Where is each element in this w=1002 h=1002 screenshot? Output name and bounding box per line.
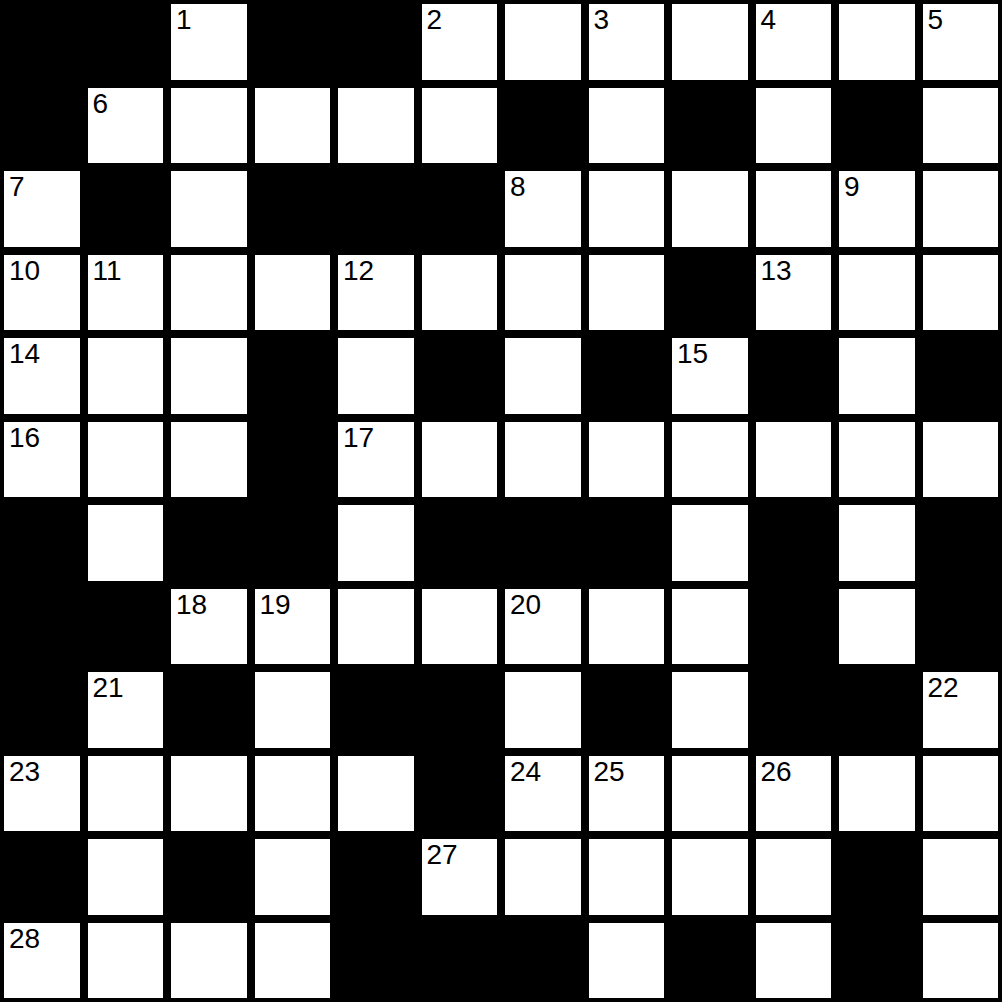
- white-cell[interactable]: [334, 334, 418, 418]
- white-cell[interactable]: [835, 251, 919, 335]
- black-cell: [251, 0, 335, 84]
- white-cell[interactable]: [167, 418, 251, 502]
- black-cell: [501, 501, 585, 585]
- white-cell[interactable]: 23: [0, 752, 84, 836]
- white-cell[interactable]: [668, 835, 752, 919]
- clue-number: 3: [594, 4, 610, 36]
- white-cell[interactable]: [919, 752, 1002, 836]
- white-cell[interactable]: [167, 752, 251, 836]
- clue-number: 15: [677, 338, 708, 370]
- white-cell[interactable]: [919, 84, 1002, 168]
- white-cell[interactable]: [84, 501, 168, 585]
- white-cell[interactable]: [501, 835, 585, 919]
- black-cell: [0, 835, 84, 919]
- white-cell[interactable]: 3: [585, 0, 669, 84]
- clue-number: 23: [9, 756, 40, 788]
- white-cell[interactable]: [84, 418, 168, 502]
- white-cell[interactable]: 27: [418, 835, 502, 919]
- black-cell: [585, 668, 669, 752]
- white-cell[interactable]: 21: [84, 668, 168, 752]
- white-cell[interactable]: [668, 418, 752, 502]
- white-cell[interactable]: 18: [167, 585, 251, 669]
- black-cell: [0, 501, 84, 585]
- white-cell[interactable]: [585, 84, 669, 168]
- black-cell: [0, 668, 84, 752]
- white-cell[interactable]: 12: [334, 251, 418, 335]
- white-cell[interactable]: [585, 251, 669, 335]
- black-cell: [752, 585, 836, 669]
- white-cell[interactable]: [919, 167, 1002, 251]
- clue-number: 21: [93, 672, 124, 704]
- black-cell: [752, 334, 836, 418]
- white-cell[interactable]: 25: [585, 752, 669, 836]
- clue-number: 4: [761, 4, 777, 36]
- clue-number: 16: [9, 422, 40, 454]
- white-cell[interactable]: [418, 84, 502, 168]
- white-cell[interactable]: 1: [167, 0, 251, 84]
- clue-number: 10: [9, 255, 40, 287]
- white-cell[interactable]: 14: [0, 334, 84, 418]
- clue-number: 8: [510, 171, 526, 203]
- black-cell: [334, 919, 418, 1002]
- clue-number: 22: [928, 672, 959, 704]
- black-cell: [919, 585, 1002, 669]
- white-cell[interactable]: [501, 418, 585, 502]
- white-cell[interactable]: [835, 752, 919, 836]
- white-cell[interactable]: [752, 418, 836, 502]
- white-cell[interactable]: 13: [752, 251, 836, 335]
- white-cell[interactable]: [334, 585, 418, 669]
- white-cell[interactable]: 22: [919, 668, 1002, 752]
- black-cell: [251, 501, 335, 585]
- white-cell[interactable]: 15: [668, 334, 752, 418]
- clue-number: 9: [844, 171, 860, 203]
- clue-number: 2: [427, 4, 443, 36]
- white-cell[interactable]: [84, 835, 168, 919]
- black-cell: [418, 919, 502, 1002]
- black-cell: [334, 0, 418, 84]
- black-cell: [167, 835, 251, 919]
- white-cell[interactable]: [668, 752, 752, 836]
- black-cell: [84, 585, 168, 669]
- black-cell: [334, 835, 418, 919]
- white-cell[interactable]: [251, 752, 335, 836]
- white-cell[interactable]: [585, 167, 669, 251]
- white-cell[interactable]: [585, 835, 669, 919]
- black-cell: [835, 835, 919, 919]
- white-cell[interactable]: [668, 585, 752, 669]
- white-cell[interactable]: [668, 0, 752, 84]
- clue-number: 5: [928, 4, 944, 36]
- black-cell: [251, 334, 335, 418]
- black-cell: [418, 668, 502, 752]
- white-cell[interactable]: [585, 919, 669, 1002]
- white-cell[interactable]: [752, 835, 836, 919]
- clue-number: 24: [510, 756, 541, 788]
- white-cell[interactable]: 24: [501, 752, 585, 836]
- black-cell: [334, 668, 418, 752]
- white-cell[interactable]: [418, 418, 502, 502]
- clue-number: 18: [176, 589, 207, 621]
- white-cell[interactable]: 28: [0, 919, 84, 1002]
- clue-number: 27: [427, 839, 458, 871]
- white-cell[interactable]: [418, 585, 502, 669]
- white-cell[interactable]: [835, 501, 919, 585]
- white-cell[interactable]: [251, 251, 335, 335]
- white-cell[interactable]: [167, 84, 251, 168]
- white-cell[interactable]: 5: [919, 0, 1002, 84]
- white-cell[interactable]: [334, 84, 418, 168]
- black-cell: [752, 501, 836, 585]
- clue-number: 19: [260, 589, 291, 621]
- white-cell[interactable]: 2: [418, 0, 502, 84]
- white-cell[interactable]: 26: [752, 752, 836, 836]
- clue-number: 14: [9, 338, 40, 370]
- black-cell: [418, 501, 502, 585]
- black-cell: [418, 752, 502, 836]
- black-cell: [84, 0, 168, 84]
- clue-number: 26: [761, 756, 792, 788]
- white-cell[interactable]: [501, 251, 585, 335]
- white-cell[interactable]: [668, 668, 752, 752]
- white-cell[interactable]: [752, 84, 836, 168]
- white-cell[interactable]: [251, 919, 335, 1002]
- white-cell[interactable]: 19: [251, 585, 335, 669]
- clue-number: 17: [343, 422, 374, 454]
- white-cell[interactable]: [752, 167, 836, 251]
- black-cell: [251, 418, 335, 502]
- white-cell[interactable]: [167, 167, 251, 251]
- clue-number: 25: [594, 756, 625, 788]
- black-cell: [501, 919, 585, 1002]
- white-cell[interactable]: [167, 334, 251, 418]
- crossword-board: 1234567891011121314151617181920212223242…: [0, 0, 1002, 1002]
- white-cell[interactable]: [501, 0, 585, 84]
- white-cell[interactable]: [251, 835, 335, 919]
- white-cell[interactable]: 16: [0, 418, 84, 502]
- clue-number: 20: [510, 589, 541, 621]
- white-cell[interactable]: 4: [752, 0, 836, 84]
- white-cell[interactable]: [668, 167, 752, 251]
- black-cell: [752, 668, 836, 752]
- black-cell: [835, 84, 919, 168]
- black-cell: [418, 334, 502, 418]
- black-cell: [167, 501, 251, 585]
- white-cell[interactable]: [752, 919, 836, 1002]
- white-cell[interactable]: [668, 501, 752, 585]
- clue-number: 28: [9, 923, 40, 955]
- black-cell: [668, 251, 752, 335]
- white-cell[interactable]: 9: [835, 167, 919, 251]
- white-cell[interactable]: [835, 585, 919, 669]
- clue-number: 7: [9, 171, 25, 203]
- white-cell[interactable]: [585, 585, 669, 669]
- black-cell: [668, 919, 752, 1002]
- black-cell: [334, 167, 418, 251]
- black-cell: [0, 585, 84, 669]
- white-cell[interactable]: [84, 334, 168, 418]
- black-cell: [167, 668, 251, 752]
- white-cell[interactable]: 8: [501, 167, 585, 251]
- white-cell[interactable]: [334, 501, 418, 585]
- clue-number: 6: [93, 88, 109, 120]
- white-cell[interactable]: [585, 418, 669, 502]
- black-cell: [84, 167, 168, 251]
- black-cell: [0, 0, 84, 84]
- white-cell[interactable]: [251, 668, 335, 752]
- white-cell[interactable]: [84, 919, 168, 1002]
- black-cell: [251, 167, 335, 251]
- white-cell[interactable]: [835, 418, 919, 502]
- white-cell[interactable]: 7: [0, 167, 84, 251]
- black-cell: [835, 919, 919, 1002]
- white-cell[interactable]: 6: [84, 84, 168, 168]
- clue-number: 13: [761, 255, 792, 287]
- white-cell[interactable]: [501, 334, 585, 418]
- white-cell[interactable]: [418, 251, 502, 335]
- white-cell[interactable]: 11: [84, 251, 168, 335]
- white-cell[interactable]: [84, 752, 168, 836]
- black-cell: [919, 334, 1002, 418]
- black-cell: [835, 668, 919, 752]
- clue-number: 1: [176, 4, 192, 36]
- black-cell: [668, 84, 752, 168]
- clue-number: 12: [343, 255, 374, 287]
- white-cell[interactable]: [334, 752, 418, 836]
- white-cell[interactable]: [501, 668, 585, 752]
- white-cell[interactable]: [919, 418, 1002, 502]
- white-cell[interactable]: [167, 251, 251, 335]
- white-cell[interactable]: [919, 251, 1002, 335]
- white-cell[interactable]: [919, 835, 1002, 919]
- white-cell[interactable]: [835, 334, 919, 418]
- black-cell: [585, 334, 669, 418]
- white-cell[interactable]: 17: [334, 418, 418, 502]
- white-cell[interactable]: [835, 0, 919, 84]
- black-cell: [0, 84, 84, 168]
- black-cell: [585, 501, 669, 585]
- clue-number: 11: [93, 255, 122, 287]
- white-cell[interactable]: [167, 919, 251, 1002]
- white-cell[interactable]: [251, 84, 335, 168]
- white-cell[interactable]: 10: [0, 251, 84, 335]
- black-cell: [501, 84, 585, 168]
- white-cell[interactable]: 20: [501, 585, 585, 669]
- black-cell: [919, 501, 1002, 585]
- white-cell[interactable]: [919, 919, 1002, 1002]
- black-cell: [418, 167, 502, 251]
